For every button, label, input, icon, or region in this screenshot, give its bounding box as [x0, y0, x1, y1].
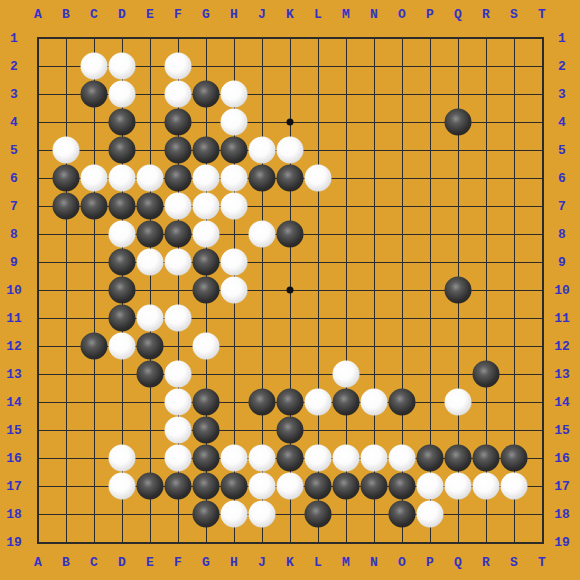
- white-stone-Q17: [445, 473, 472, 500]
- black-stone-E12: [137, 333, 164, 360]
- black-stone-K8: [277, 221, 304, 248]
- black-stone-O18: [389, 501, 416, 528]
- white-stone-S17: [501, 473, 528, 500]
- white-stone-N14: [361, 389, 388, 416]
- row-label-right-9: 9: [558, 256, 566, 269]
- white-stone-H10: [221, 277, 248, 304]
- col-label-bottom-P: P: [426, 556, 434, 569]
- white-stone-R17: [473, 473, 500, 500]
- col-label-top-L: L: [314, 8, 322, 21]
- row-label-left-3: 3: [10, 88, 18, 101]
- white-stone-D12: [109, 333, 136, 360]
- white-stone-D6: [109, 165, 136, 192]
- white-stone-F9: [165, 249, 192, 276]
- row-label-right-10: 10: [554, 284, 570, 297]
- black-stone-F6: [165, 165, 192, 192]
- white-stone-L6: [305, 165, 332, 192]
- black-stone-J6: [249, 165, 276, 192]
- black-stone-K16: [277, 445, 304, 472]
- white-stone-F15: [165, 417, 192, 444]
- black-stone-L17: [305, 473, 332, 500]
- black-stone-M14: [333, 389, 360, 416]
- white-stone-F16: [165, 445, 192, 472]
- col-label-top-F: F: [174, 8, 182, 21]
- black-stone-O17: [389, 473, 416, 500]
- white-stone-D16: [109, 445, 136, 472]
- white-stone-H4: [221, 109, 248, 136]
- col-label-top-C: C: [90, 8, 98, 21]
- white-stone-P17: [417, 473, 444, 500]
- row-label-right-1: 1: [558, 32, 566, 45]
- white-stone-O16: [389, 445, 416, 472]
- col-label-top-D: D: [118, 8, 126, 21]
- white-stone-F7: [165, 193, 192, 220]
- white-stone-N16: [361, 445, 388, 472]
- black-stone-E17: [137, 473, 164, 500]
- black-stone-G17: [193, 473, 220, 500]
- black-stone-K6: [277, 165, 304, 192]
- black-stone-G3: [193, 81, 220, 108]
- white-stone-K17: [277, 473, 304, 500]
- col-label-bottom-F: F: [174, 556, 182, 569]
- white-stone-C6: [81, 165, 108, 192]
- row-label-left-9: 9: [10, 256, 18, 269]
- black-stone-E7: [137, 193, 164, 220]
- black-stone-F4: [165, 109, 192, 136]
- black-stone-G16: [193, 445, 220, 472]
- row-label-right-16: 16: [554, 452, 570, 465]
- black-stone-K15: [277, 417, 304, 444]
- row-label-left-13: 13: [6, 368, 22, 381]
- row-label-left-11: 11: [6, 312, 22, 325]
- black-stone-G10: [193, 277, 220, 304]
- col-label-bottom-G: G: [202, 556, 210, 569]
- black-stone-E8: [137, 221, 164, 248]
- row-label-left-6: 6: [10, 172, 18, 185]
- white-stone-L16: [305, 445, 332, 472]
- black-stone-Q16: [445, 445, 472, 472]
- row-label-right-15: 15: [554, 424, 570, 437]
- col-label-top-R: R: [482, 8, 490, 21]
- black-stone-F17: [165, 473, 192, 500]
- col-label-top-J: J: [258, 8, 266, 21]
- col-label-top-K: K: [286, 8, 294, 21]
- black-stone-G15: [193, 417, 220, 444]
- black-stone-D5: [109, 137, 136, 164]
- col-label-bottom-T: T: [538, 556, 546, 569]
- star-point-K10: [287, 287, 294, 294]
- white-stone-E9: [137, 249, 164, 276]
- white-stone-E6: [137, 165, 164, 192]
- row-label-right-18: 18: [554, 508, 570, 521]
- col-label-top-G: G: [202, 8, 210, 21]
- row-label-right-4: 4: [558, 116, 566, 129]
- col-label-top-O: O: [398, 8, 406, 21]
- row-label-right-13: 13: [554, 368, 570, 381]
- white-stone-M13: [333, 361, 360, 388]
- row-label-left-18: 18: [6, 508, 22, 521]
- black-stone-M17: [333, 473, 360, 500]
- white-stone-P18: [417, 501, 444, 528]
- col-label-bottom-N: N: [370, 556, 378, 569]
- white-stone-Q14: [445, 389, 472, 416]
- white-stone-F11: [165, 305, 192, 332]
- row-label-right-5: 5: [558, 144, 566, 157]
- col-label-bottom-B: B: [62, 556, 70, 569]
- row-label-right-3: 3: [558, 88, 566, 101]
- col-label-bottom-C: C: [90, 556, 98, 569]
- white-stone-H7: [221, 193, 248, 220]
- white-stone-K5: [277, 137, 304, 164]
- black-stone-R13: [473, 361, 500, 388]
- white-stone-H6: [221, 165, 248, 192]
- white-stone-G6: [193, 165, 220, 192]
- black-stone-D7: [109, 193, 136, 220]
- white-stone-D17: [109, 473, 136, 500]
- row-label-left-10: 10: [6, 284, 22, 297]
- black-stone-C12: [81, 333, 108, 360]
- black-stone-N17: [361, 473, 388, 500]
- row-label-left-1: 1: [10, 32, 18, 45]
- white-stone-J5: [249, 137, 276, 164]
- col-label-bottom-H: H: [230, 556, 238, 569]
- black-stone-B7: [53, 193, 80, 220]
- col-label-bottom-E: E: [146, 556, 154, 569]
- white-stone-L14: [305, 389, 332, 416]
- white-stone-J16: [249, 445, 276, 472]
- col-label-bottom-O: O: [398, 556, 406, 569]
- col-label-bottom-Q: Q: [454, 556, 462, 569]
- row-label-left-16: 16: [6, 452, 22, 465]
- black-stone-D4: [109, 109, 136, 136]
- white-stone-J18: [249, 501, 276, 528]
- col-label-bottom-A: A: [34, 556, 42, 569]
- white-stone-J17: [249, 473, 276, 500]
- col-label-top-B: B: [62, 8, 70, 21]
- row-label-right-14: 14: [554, 396, 570, 409]
- black-stone-B6: [53, 165, 80, 192]
- row-label-left-15: 15: [6, 424, 22, 437]
- black-stone-O14: [389, 389, 416, 416]
- black-stone-F8: [165, 221, 192, 248]
- black-stone-G18: [193, 501, 220, 528]
- col-label-bottom-S: S: [510, 556, 518, 569]
- black-stone-D10: [109, 277, 136, 304]
- black-stone-S16: [501, 445, 528, 472]
- white-stone-D3: [109, 81, 136, 108]
- row-label-left-17: 17: [6, 480, 22, 493]
- white-stone-H16: [221, 445, 248, 472]
- white-stone-C2: [81, 53, 108, 80]
- col-label-top-M: M: [342, 8, 350, 21]
- white-stone-E11: [137, 305, 164, 332]
- black-stone-C7: [81, 193, 108, 220]
- row-label-left-7: 7: [10, 200, 18, 213]
- row-label-left-19: 19: [6, 536, 22, 549]
- black-stone-J14: [249, 389, 276, 416]
- col-label-bottom-R: R: [482, 556, 490, 569]
- col-label-top-T: T: [538, 8, 546, 21]
- row-label-left-2: 2: [10, 60, 18, 73]
- black-stone-Q10: [445, 277, 472, 304]
- row-label-right-11: 11: [554, 312, 570, 325]
- black-stone-G5: [193, 137, 220, 164]
- row-label-left-4: 4: [10, 116, 18, 129]
- row-label-right-17: 17: [554, 480, 570, 493]
- white-stone-H9: [221, 249, 248, 276]
- black-stone-F5: [165, 137, 192, 164]
- white-stone-H3: [221, 81, 248, 108]
- row-label-right-7: 7: [558, 200, 566, 213]
- white-stone-D8: [109, 221, 136, 248]
- col-label-top-S: S: [510, 8, 518, 21]
- col-label-top-N: N: [370, 8, 378, 21]
- row-label-left-8: 8: [10, 228, 18, 241]
- white-stone-G12: [193, 333, 220, 360]
- go-board[interactable]: AABBCCDDEEFFGGHHJJKKLLMMNNOOPPQQRRSSTT11…: [0, 0, 580, 580]
- row-label-right-19: 19: [554, 536, 570, 549]
- star-point-K4: [287, 119, 294, 126]
- white-stone-F14: [165, 389, 192, 416]
- row-label-right-8: 8: [558, 228, 566, 241]
- black-stone-R16: [473, 445, 500, 472]
- row-label-left-14: 14: [6, 396, 22, 409]
- black-stone-Q4: [445, 109, 472, 136]
- white-stone-G8: [193, 221, 220, 248]
- black-stone-K14: [277, 389, 304, 416]
- white-stone-J8: [249, 221, 276, 248]
- black-stone-L18: [305, 501, 332, 528]
- col-label-top-H: H: [230, 8, 238, 21]
- white-stone-H18: [221, 501, 248, 528]
- white-stone-G7: [193, 193, 220, 220]
- black-stone-E13: [137, 361, 164, 388]
- col-label-bottom-J: J: [258, 556, 266, 569]
- white-stone-M16: [333, 445, 360, 472]
- white-stone-F2: [165, 53, 192, 80]
- black-stone-C3: [81, 81, 108, 108]
- row-label-right-6: 6: [558, 172, 566, 185]
- black-stone-G9: [193, 249, 220, 276]
- white-stone-F13: [165, 361, 192, 388]
- black-stone-P16: [417, 445, 444, 472]
- black-stone-D11: [109, 305, 136, 332]
- row-label-right-2: 2: [558, 60, 566, 73]
- col-label-bottom-L: L: [314, 556, 322, 569]
- row-label-right-12: 12: [554, 340, 570, 353]
- black-stone-G14: [193, 389, 220, 416]
- col-label-top-A: A: [34, 8, 42, 21]
- white-stone-D2: [109, 53, 136, 80]
- col-label-bottom-D: D: [118, 556, 126, 569]
- white-stone-F3: [165, 81, 192, 108]
- col-label-top-E: E: [146, 8, 154, 21]
- col-label-bottom-M: M: [342, 556, 350, 569]
- black-stone-H5: [221, 137, 248, 164]
- black-stone-H17: [221, 473, 248, 500]
- black-stone-D9: [109, 249, 136, 276]
- col-label-top-P: P: [426, 8, 434, 21]
- white-stone-B5: [53, 137, 80, 164]
- col-label-top-Q: Q: [454, 8, 462, 21]
- row-label-left-12: 12: [6, 340, 22, 353]
- col-label-bottom-K: K: [286, 556, 294, 569]
- row-label-left-5: 5: [10, 144, 18, 157]
